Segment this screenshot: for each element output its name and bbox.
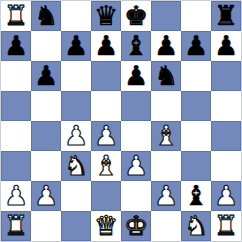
square-g2[interactable]: ♝	[181, 181, 211, 211]
square-a2[interactable]: ♟	[1, 181, 31, 211]
white-pawn[interactable]: ♟	[4, 182, 28, 209]
square-g1[interactable]: ♞	[181, 211, 211, 241]
square-e6[interactable]: ♟	[121, 61, 151, 91]
white-bishop[interactable]: ♝	[154, 122, 178, 149]
black-pawn[interactable]: ♟	[124, 62, 148, 89]
square-e3[interactable]: ♟	[121, 151, 151, 181]
square-c1[interactable]	[61, 211, 91, 241]
square-c6[interactable]	[61, 61, 91, 91]
square-f8[interactable]	[151, 1, 181, 31]
white-rook[interactable]: ♜	[4, 2, 28, 29]
square-a5[interactable]	[1, 91, 31, 121]
white-pawn[interactable]: ♟	[64, 122, 88, 149]
white-pawn[interactable]: ♟	[124, 152, 148, 179]
square-g3[interactable]	[181, 151, 211, 181]
square-a7[interactable]: ♟	[1, 31, 31, 61]
square-a3[interactable]	[1, 151, 31, 181]
white-king[interactable]: ♚	[124, 212, 148, 239]
square-c2[interactable]	[61, 181, 91, 211]
square-f7[interactable]: ♟	[151, 31, 181, 61]
square-e7[interactable]: ♝	[121, 31, 151, 61]
square-f5[interactable]	[151, 91, 181, 121]
square-c5[interactable]	[61, 91, 91, 121]
square-h4[interactable]	[211, 121, 241, 151]
square-e2[interactable]	[121, 181, 151, 211]
black-pawn[interactable]: ♟	[4, 32, 28, 59]
black-pawn[interactable]: ♟	[34, 62, 58, 89]
square-h7[interactable]: ♟	[211, 31, 241, 61]
black-knight[interactable]: ♞	[154, 62, 178, 89]
black-bishop[interactable]: ♝	[184, 182, 208, 209]
black-knight[interactable]: ♞	[34, 2, 58, 29]
black-bishop[interactable]: ♝	[124, 32, 148, 59]
square-c8[interactable]	[61, 1, 91, 31]
square-e8[interactable]: ♚	[121, 1, 151, 31]
square-b3[interactable]	[31, 151, 61, 181]
square-f3[interactable]	[151, 151, 181, 181]
square-g6[interactable]	[181, 61, 211, 91]
black-rook[interactable]: ♜	[214, 2, 238, 29]
square-b1[interactable]	[31, 211, 61, 241]
white-bishop[interactable]: ♝	[94, 152, 118, 179]
white-pawn[interactable]: ♟	[214, 182, 238, 209]
square-d1[interactable]: ♛	[91, 211, 121, 241]
black-queen[interactable]: ♛	[94, 2, 118, 29]
white-rook[interactable]: ♜	[4, 212, 28, 239]
white-knight[interactable]: ♞	[64, 152, 88, 179]
white-knight[interactable]: ♞	[184, 212, 208, 239]
square-h8[interactable]: ♜	[211, 1, 241, 31]
square-g5[interactable]	[181, 91, 211, 121]
square-b2[interactable]: ♟	[31, 181, 61, 211]
square-e5[interactable]	[121, 91, 151, 121]
square-c7[interactable]: ♟	[61, 31, 91, 61]
square-b8[interactable]: ♞	[31, 1, 61, 31]
square-d7[interactable]: ♟	[91, 31, 121, 61]
square-e4[interactable]	[121, 121, 151, 151]
square-b4[interactable]	[31, 121, 61, 151]
square-c4[interactable]: ♟	[61, 121, 91, 151]
square-a8[interactable]: ♜	[1, 1, 31, 31]
square-h5[interactable]	[211, 91, 241, 121]
square-d8[interactable]: ♛	[91, 1, 121, 31]
white-pawn[interactable]: ♟	[154, 182, 178, 209]
white-pawn[interactable]: ♟	[94, 122, 118, 149]
chess-board-container: ♜♞♛♚♜♟♟♟♝♟♟♟♟♟♞♟♟♝♞♝♟♟♟♟♝♟♜♛♚♞♜	[0, 0, 242, 242]
square-a1[interactable]: ♜	[1, 211, 31, 241]
square-d6[interactable]	[91, 61, 121, 91]
white-queen[interactable]: ♛	[94, 212, 118, 239]
square-h6[interactable]	[211, 61, 241, 91]
square-h1[interactable]: ♜	[211, 211, 241, 241]
square-g4[interactable]	[181, 121, 211, 151]
square-b5[interactable]	[31, 91, 61, 121]
square-h3[interactable]	[211, 151, 241, 181]
square-d4[interactable]: ♟	[91, 121, 121, 151]
chess-board: ♜♞♛♚♜♟♟♟♝♟♟♟♟♟♞♟♟♝♞♝♟♟♟♟♝♟♜♛♚♞♜	[1, 1, 241, 241]
square-b7[interactable]	[31, 31, 61, 61]
square-d2[interactable]	[91, 181, 121, 211]
square-a4[interactable]	[1, 121, 31, 151]
square-d5[interactable]	[91, 91, 121, 121]
black-pawn[interactable]: ♟	[94, 32, 118, 59]
square-f1[interactable]	[151, 211, 181, 241]
square-f2[interactable]: ♟	[151, 181, 181, 211]
square-a6[interactable]	[1, 61, 31, 91]
black-pawn[interactable]: ♟	[154, 32, 178, 59]
square-d3[interactable]: ♝	[91, 151, 121, 181]
square-c3[interactable]: ♞	[61, 151, 91, 181]
square-f6[interactable]: ♞	[151, 61, 181, 91]
square-f4[interactable]: ♝	[151, 121, 181, 151]
black-king[interactable]: ♚	[124, 2, 148, 29]
square-e1[interactable]: ♚	[121, 211, 151, 241]
white-rook[interactable]: ♜	[214, 212, 238, 239]
square-g7[interactable]: ♟	[181, 31, 211, 61]
black-pawn[interactable]: ♟	[214, 32, 238, 59]
black-pawn[interactable]: ♟	[184, 32, 208, 59]
black-pawn[interactable]: ♟	[64, 32, 88, 59]
square-h2[interactable]: ♟	[211, 181, 241, 211]
square-b6[interactable]: ♟	[31, 61, 61, 91]
white-pawn[interactable]: ♟	[34, 182, 58, 209]
square-g8[interactable]	[181, 1, 211, 31]
